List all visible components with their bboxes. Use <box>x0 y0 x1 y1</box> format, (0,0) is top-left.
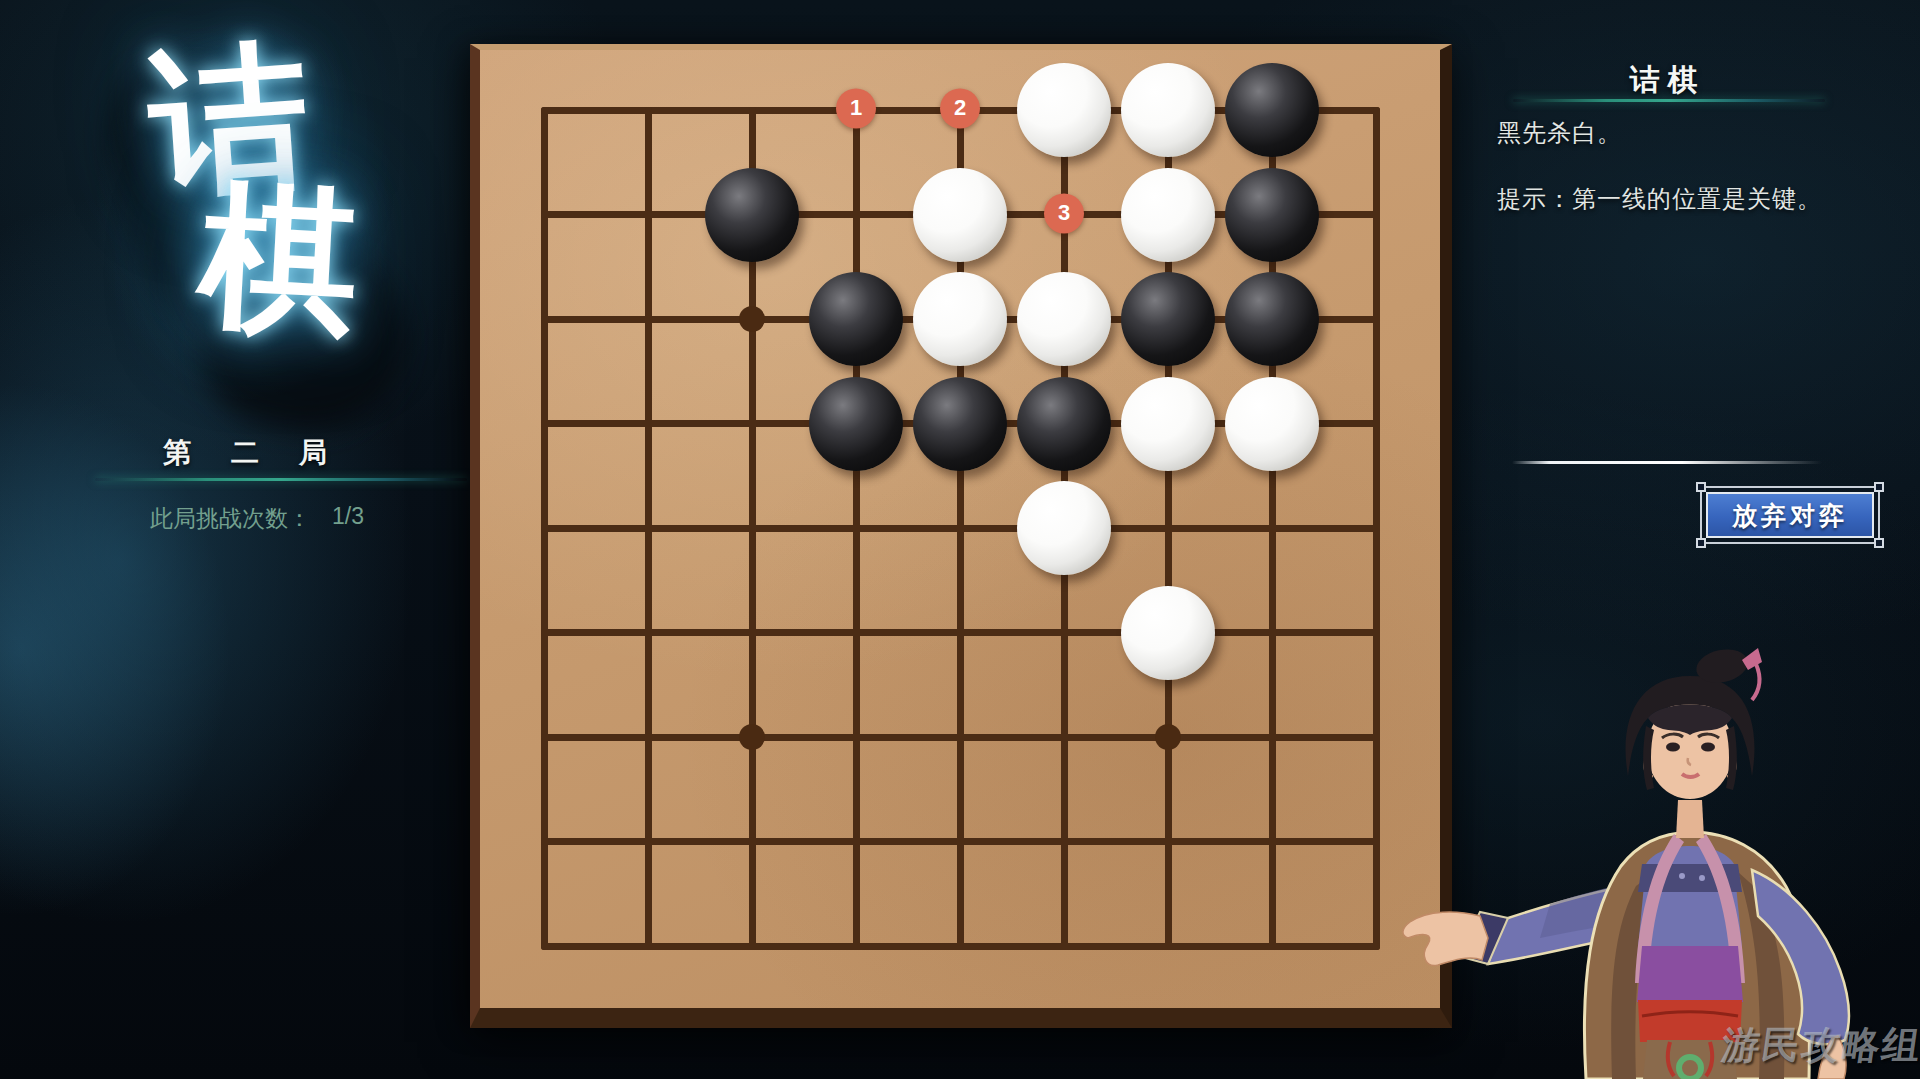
grid-line-horizontal <box>541 838 1380 845</box>
black-stone <box>1121 272 1215 366</box>
white-stone <box>1017 272 1111 366</box>
black-stone <box>705 168 799 262</box>
calligraphy-char-qi: 棋 <box>196 178 362 344</box>
black-stone <box>1225 63 1319 157</box>
move-marker-1: 1 <box>836 88 876 128</box>
white-stone <box>913 168 1007 262</box>
black-stone <box>1225 272 1319 366</box>
go-board-grid[interactable]: 123 <box>480 50 1440 1008</box>
move-marker-2: 2 <box>940 88 980 128</box>
button-corner-ornament <box>1874 538 1884 548</box>
black-stone <box>1225 168 1319 262</box>
move-marker-3: 3 <box>1044 193 1084 233</box>
white-stone <box>1121 168 1215 262</box>
game-screen: { "game": { "name": "Go (weiqi) tsumego … <box>0 0 1920 1079</box>
star-point <box>739 724 765 750</box>
grid-line-horizontal <box>541 943 1380 950</box>
npc-character-art <box>1390 638 1920 1079</box>
grid-line-horizontal <box>541 734 1380 741</box>
white-stone <box>1121 377 1215 471</box>
star-point <box>1155 724 1181 750</box>
attempts-value: 1/3 <box>332 503 364 530</box>
white-stone <box>1017 481 1111 575</box>
white-stone <box>1017 63 1111 157</box>
resign-button-label: 放弃对弈 <box>1706 492 1874 538</box>
button-corner-ornament <box>1696 482 1706 492</box>
white-stone <box>1121 586 1215 680</box>
grid-line-horizontal <box>541 525 1380 532</box>
black-stone <box>1017 377 1111 471</box>
white-stone <box>1225 377 1319 471</box>
white-stone <box>913 272 1007 366</box>
right-divider <box>1513 99 1825 102</box>
button-corner-ornament <box>1874 482 1884 492</box>
hint-text: 提示：第一线的位置是关键。 <box>1497 183 1822 215</box>
left-divider <box>95 478 467 481</box>
watermark: 游民攻略组▶ <box>1718 1020 1920 1071</box>
go-board: 123 <box>470 44 1452 1028</box>
black-stone <box>913 377 1007 471</box>
tsumego-calligraphy-art: 诘 棋 <box>55 0 405 460</box>
grid-line-vertical <box>1373 107 1380 950</box>
black-stone <box>809 377 903 471</box>
attempts-label: 此局挑战次数： <box>150 503 311 534</box>
panel-title: 诘棋 <box>1510 60 1825 101</box>
button-divider <box>1512 461 1822 464</box>
star-point <box>739 306 765 332</box>
objective-text: 黑先杀白。 <box>1497 117 1622 149</box>
white-stone <box>1121 63 1215 157</box>
grid-line-horizontal <box>541 629 1380 636</box>
resign-button[interactable]: 放弃对弈 <box>1700 486 1880 544</box>
button-corner-ornament <box>1696 538 1706 548</box>
npc-character-svg <box>1390 638 1920 1079</box>
round-label: 第 二 局 <box>60 434 446 472</box>
black-stone <box>809 272 903 366</box>
watermark-text: 游民攻略组 <box>1719 1024 1920 1066</box>
